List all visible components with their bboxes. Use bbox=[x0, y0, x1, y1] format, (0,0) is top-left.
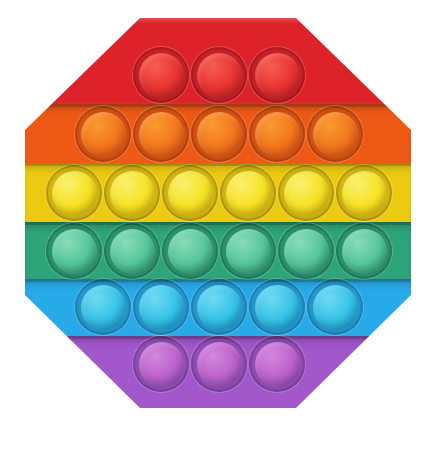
bubble-red-2[interactable] bbox=[191, 47, 247, 103]
bubble-red-1[interactable] bbox=[133, 47, 189, 103]
bubble-dome-cyan-3 bbox=[197, 285, 242, 330]
bubble-green-5[interactable] bbox=[278, 223, 334, 279]
bubble-dome-green-1 bbox=[52, 229, 97, 274]
bubble-dome-purple-3 bbox=[255, 342, 300, 387]
bubble-purple-1[interactable] bbox=[133, 336, 189, 392]
bubble-yellow-4[interactable] bbox=[220, 165, 276, 221]
bubble-dome-red-1 bbox=[139, 53, 184, 98]
bubble-green-4[interactable] bbox=[220, 223, 276, 279]
bubble-dome-orange-3 bbox=[197, 112, 242, 157]
bubble-cyan-3[interactable] bbox=[191, 279, 247, 335]
bubble-dome-cyan-5 bbox=[313, 285, 358, 330]
bubble-dome-yellow-3 bbox=[168, 171, 213, 216]
bubble-green-2[interactable] bbox=[104, 223, 160, 279]
bubble-yellow-2[interactable] bbox=[104, 165, 160, 221]
bubble-green-6[interactable] bbox=[336, 223, 392, 279]
bubble-dome-orange-2 bbox=[139, 112, 184, 157]
bubble-dome-purple-2 bbox=[197, 342, 242, 387]
bubble-dome-cyan-4 bbox=[255, 285, 300, 330]
bubble-purple-2[interactable] bbox=[191, 336, 247, 392]
bubble-purple-3[interactable] bbox=[249, 336, 305, 392]
bubble-orange-2[interactable] bbox=[133, 106, 189, 162]
bubble-cyan-5[interactable] bbox=[307, 279, 363, 335]
bubble-dome-yellow-5 bbox=[284, 171, 329, 216]
bubble-dome-green-3 bbox=[168, 229, 213, 274]
bubble-orange-3[interactable] bbox=[191, 106, 247, 162]
bubble-dome-orange-1 bbox=[81, 112, 126, 157]
bubble-dome-red-2 bbox=[197, 53, 242, 98]
bubble-cyan-1[interactable] bbox=[75, 279, 131, 335]
bubble-dome-green-6 bbox=[342, 229, 387, 274]
bubble-dome-red-3 bbox=[255, 53, 300, 98]
bubble-yellow-3[interactable] bbox=[162, 165, 218, 221]
photo-background bbox=[0, 0, 436, 454]
bubble-dome-purple-1 bbox=[139, 342, 184, 387]
bubble-green-1[interactable] bbox=[46, 223, 102, 279]
bubble-yellow-6[interactable] bbox=[336, 165, 392, 221]
bubble-orange-4[interactable] bbox=[249, 106, 305, 162]
bubble-orange-5[interactable] bbox=[307, 106, 363, 162]
bubble-dome-yellow-2 bbox=[110, 171, 155, 216]
bubble-dome-yellow-6 bbox=[342, 171, 387, 216]
bubble-dome-cyan-2 bbox=[139, 285, 184, 330]
pop-it-board bbox=[25, 18, 411, 408]
bubble-dome-yellow-1 bbox=[52, 171, 97, 216]
bubble-dome-green-5 bbox=[284, 229, 329, 274]
bubble-dome-green-4 bbox=[226, 229, 271, 274]
bubble-orange-1[interactable] bbox=[75, 106, 131, 162]
bubble-cyan-2[interactable] bbox=[133, 279, 189, 335]
bubble-dome-orange-4 bbox=[255, 112, 300, 157]
bubble-cyan-4[interactable] bbox=[249, 279, 305, 335]
bubble-yellow-1[interactable] bbox=[46, 165, 102, 221]
bubble-yellow-5[interactable] bbox=[278, 165, 334, 221]
bubble-dome-orange-5 bbox=[313, 112, 358, 157]
bubble-dome-green-2 bbox=[110, 229, 155, 274]
bubble-dome-cyan-1 bbox=[81, 285, 126, 330]
bubble-green-3[interactable] bbox=[162, 223, 218, 279]
bubble-red-3[interactable] bbox=[249, 47, 305, 103]
bubble-dome-yellow-4 bbox=[226, 171, 271, 216]
